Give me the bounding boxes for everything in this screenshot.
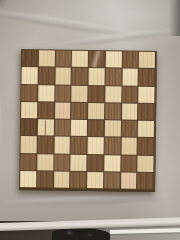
board-square[interactable] [71,137,87,153]
board-square[interactable] [87,154,103,170]
board-square[interactable] [72,51,88,67]
board-square[interactable] [138,121,154,137]
board-square[interactable] [72,85,88,101]
board-square[interactable] [71,103,87,119]
board-square[interactable] [55,85,71,101]
board-square[interactable] [71,120,87,136]
board-square[interactable] [37,154,53,170]
board-square[interactable] [55,102,71,118]
board-square[interactable] [121,172,137,188]
board-square[interactable] [88,103,104,119]
board-square[interactable] [88,120,104,136]
board-square[interactable] [138,155,154,171]
board-square[interactable] [55,51,71,67]
board-square[interactable] [87,172,103,188]
board-square[interactable] [138,138,154,154]
board-square[interactable] [105,120,121,136]
board-square[interactable] [54,120,70,136]
board-square[interactable] [38,119,54,135]
board-square[interactable] [88,86,104,102]
board-square[interactable] [72,68,88,84]
board-square[interactable] [122,69,138,85]
board-square[interactable] [37,171,53,187]
board-square[interactable] [22,50,38,66]
board-square[interactable] [105,86,121,102]
board-square[interactable] [104,155,120,171]
board-square[interactable] [21,119,37,135]
board-square[interactable] [122,86,138,102]
board-square[interactable] [38,68,54,84]
board-square[interactable] [139,86,155,102]
board-square[interactable] [138,103,154,119]
board-square[interactable] [122,103,138,119]
board-square[interactable] [139,52,155,68]
board-square[interactable] [121,155,137,171]
cloth-fold [0,96,3,206]
board-square[interactable] [54,171,70,187]
board-square[interactable] [54,137,70,153]
board-square[interactable] [21,136,37,152]
board-square[interactable] [54,154,70,170]
board-square[interactable] [89,51,105,67]
board-square[interactable] [38,50,54,66]
board-square[interactable] [89,68,105,84]
dark-object-under-table [52,228,110,240]
board-square[interactable] [105,68,121,84]
board-square[interactable] [88,137,104,153]
board-square[interactable] [104,137,120,153]
corner-shadow [0,0,12,14]
board-square[interactable] [121,120,137,136]
board-square[interactable] [137,172,153,188]
board-square[interactable] [104,172,120,188]
chessboard [19,49,157,192]
background-wall-sliver [169,0,180,36]
board-square[interactable] [122,51,138,67]
board-square[interactable] [21,85,37,101]
cloth-fold [4,193,174,207]
board-square[interactable] [20,154,36,170]
board-square[interactable] [38,102,54,118]
cloth-fold [0,6,132,38]
board-square[interactable] [105,103,121,119]
board-square[interactable] [70,172,86,188]
board-square[interactable] [71,154,87,170]
board-square[interactable] [21,102,37,118]
board-square[interactable] [105,51,121,67]
board-square[interactable] [20,171,36,187]
board-square[interactable] [139,69,155,85]
board-square[interactable] [121,138,137,154]
board-square[interactable] [38,85,54,101]
board-photo [0,0,180,240]
board-square[interactable] [22,67,38,83]
board-square[interactable] [37,137,53,153]
board-square[interactable] [55,68,71,84]
